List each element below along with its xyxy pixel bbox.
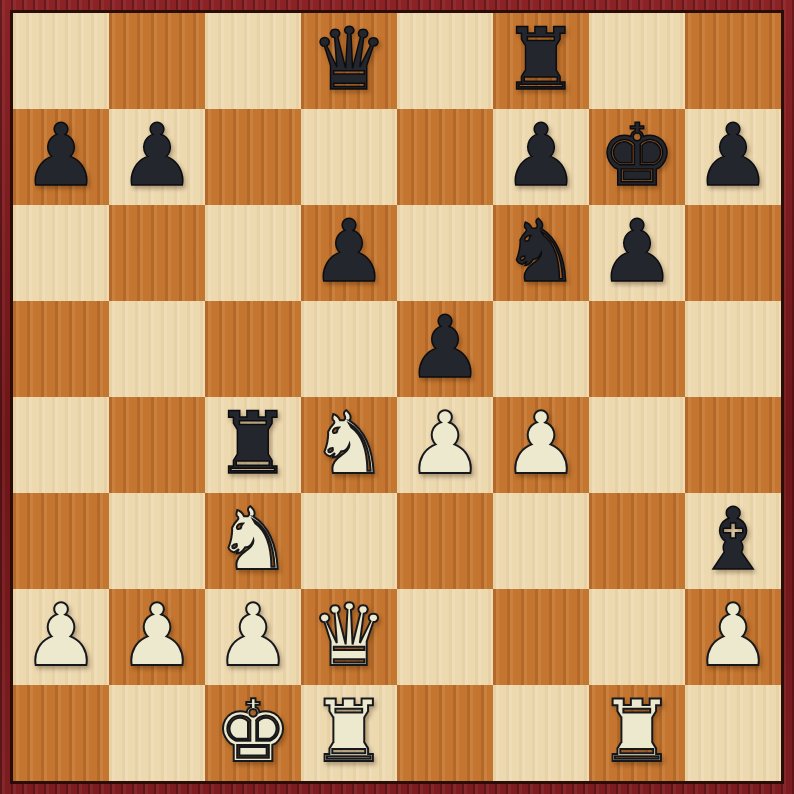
white-rook-piece[interactable]: ♜ [589,685,685,779]
square-h4[interactable] [685,397,781,493]
board-frame: ♛♜♟♟♟♚♟♟♞♟♟♜♞♟♟♞♝♟♟♟♛♟♚♜♜ [0,0,794,794]
square-a8[interactable] [13,13,109,109]
square-a2[interactable]: ♟ [13,589,109,685]
white-queen-piece[interactable]: ♛ [301,589,397,683]
square-e2[interactable] [397,589,493,685]
black-pawn-piece[interactable]: ♟ [589,205,685,299]
white-pawn-piece[interactable]: ♟ [685,589,781,683]
square-f6[interactable]: ♞ [493,205,589,301]
square-a3[interactable] [13,493,109,589]
square-f8[interactable]: ♜ [493,13,589,109]
square-g6[interactable]: ♟ [589,205,685,301]
square-f1[interactable] [493,685,589,781]
square-h3[interactable]: ♝ [685,493,781,589]
square-e5[interactable]: ♟ [397,301,493,397]
square-c2[interactable]: ♟ [205,589,301,685]
square-g4[interactable] [589,397,685,493]
white-pawn-piece[interactable]: ♟ [109,589,205,683]
black-pawn-piece[interactable]: ♟ [13,109,109,203]
white-pawn-piece[interactable]: ♟ [493,397,589,491]
square-b2[interactable]: ♟ [109,589,205,685]
square-a4[interactable] [13,397,109,493]
square-b3[interactable] [109,493,205,589]
black-queen-piece[interactable]: ♛ [301,13,397,107]
square-e1[interactable] [397,685,493,781]
square-g2[interactable] [589,589,685,685]
white-pawn-piece[interactable]: ♟ [205,589,301,683]
square-d7[interactable] [301,109,397,205]
square-d8[interactable]: ♛ [301,13,397,109]
square-c4[interactable]: ♜ [205,397,301,493]
square-b1[interactable] [109,685,205,781]
black-pawn-piece[interactable]: ♟ [301,205,397,299]
square-d5[interactable] [301,301,397,397]
black-pawn-piece[interactable]: ♟ [685,109,781,203]
square-g8[interactable] [589,13,685,109]
square-c3[interactable]: ♞ [205,493,301,589]
square-a7[interactable]: ♟ [13,109,109,205]
square-g5[interactable] [589,301,685,397]
square-b6[interactable] [109,205,205,301]
square-h1[interactable] [685,685,781,781]
square-d3[interactable] [301,493,397,589]
square-d4[interactable]: ♞ [301,397,397,493]
square-c5[interactable] [205,301,301,397]
square-a1[interactable] [13,685,109,781]
square-e6[interactable] [397,205,493,301]
black-rook-piece[interactable]: ♜ [205,397,301,491]
square-f3[interactable] [493,493,589,589]
square-g7[interactable]: ♚ [589,109,685,205]
square-f7[interactable]: ♟ [493,109,589,205]
square-a6[interactable] [13,205,109,301]
white-knight-piece[interactable]: ♞ [205,493,301,587]
black-bishop-piece[interactable]: ♝ [685,493,781,587]
square-b5[interactable] [109,301,205,397]
black-pawn-piece[interactable]: ♟ [397,301,493,395]
square-f5[interactable] [493,301,589,397]
white-knight-piece[interactable]: ♞ [301,397,397,491]
white-pawn-piece[interactable]: ♟ [397,397,493,491]
chess-board: ♛♜♟♟♟♚♟♟♞♟♟♜♞♟♟♞♝♟♟♟♛♟♚♜♜ [13,13,781,781]
square-c7[interactable] [205,109,301,205]
square-g3[interactable] [589,493,685,589]
square-h5[interactable] [685,301,781,397]
square-c6[interactable] [205,205,301,301]
square-b7[interactable]: ♟ [109,109,205,205]
black-pawn-piece[interactable]: ♟ [109,109,205,203]
square-h2[interactable]: ♟ [685,589,781,685]
square-e7[interactable] [397,109,493,205]
black-pawn-piece[interactable]: ♟ [493,109,589,203]
square-d1[interactable]: ♜ [301,685,397,781]
black-king-piece[interactable]: ♚ [589,109,685,203]
black-rook-piece[interactable]: ♜ [493,13,589,107]
square-d2[interactable]: ♛ [301,589,397,685]
square-b4[interactable] [109,397,205,493]
square-d6[interactable]: ♟ [301,205,397,301]
square-e8[interactable] [397,13,493,109]
square-f2[interactable] [493,589,589,685]
square-h7[interactable]: ♟ [685,109,781,205]
white-king-piece[interactable]: ♚ [205,685,301,779]
black-knight-piece[interactable]: ♞ [493,205,589,299]
square-c1[interactable]: ♚ [205,685,301,781]
square-e4[interactable]: ♟ [397,397,493,493]
square-g1[interactable]: ♜ [589,685,685,781]
square-h8[interactable] [685,13,781,109]
white-rook-piece[interactable]: ♜ [301,685,397,779]
square-c8[interactable] [205,13,301,109]
white-pawn-piece[interactable]: ♟ [13,589,109,683]
square-e3[interactable] [397,493,493,589]
square-h6[interactable] [685,205,781,301]
square-b8[interactable] [109,13,205,109]
square-f4[interactable]: ♟ [493,397,589,493]
square-a5[interactable] [13,301,109,397]
